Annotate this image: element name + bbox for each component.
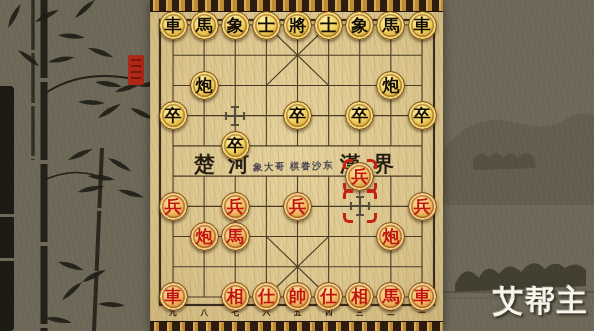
black-soldier[interactable]: 卒 — [408, 101, 437, 130]
red-horse[interactable]: 馬 — [221, 222, 250, 251]
red-soldier[interactable]: 兵 — [408, 192, 437, 221]
red-soldier[interactable]: 兵 — [345, 162, 374, 191]
black-soldier[interactable]: 卒 — [159, 101, 188, 130]
red-chariot[interactable]: 車 — [159, 282, 188, 311]
red-soldier[interactable]: 兵 — [283, 192, 312, 221]
channel-watermark: 艾帮主 — [493, 281, 589, 322]
black-chariot[interactable]: 車 — [408, 11, 437, 40]
black-chariot[interactable]: 車 — [159, 11, 188, 40]
black-general[interactable]: 將 — [283, 11, 312, 40]
screenshot-root: { "game": "Xiangqi (Chinese Chess)", "po… — [0, 0, 594, 331]
black-advisor[interactable]: 士 — [314, 11, 343, 40]
red-soldier[interactable]: 兵 — [159, 192, 188, 221]
black-horse[interactable]: 馬 — [376, 11, 405, 40]
red-soldier[interactable]: 兵 — [221, 192, 250, 221]
black-elephant[interactable]: 象 — [345, 11, 374, 40]
river-char: 楚 — [194, 150, 215, 178]
black-soldier[interactable]: 卒 — [283, 101, 312, 130]
xiangqi-board: 123456789 九八七六五四三二一 楚河 漢界 象大哥 棋眷沙东 車馬象士將… — [150, 0, 443, 331]
river-char: 界 — [373, 150, 394, 178]
black-advisor[interactable]: 士 — [252, 11, 281, 40]
bamboo-ink-painting — [0, 0, 150, 331]
black-elephant[interactable]: 象 — [221, 11, 250, 40]
black-cannon[interactable]: 炮 — [190, 71, 219, 100]
black-soldier[interactable]: 卒 — [221, 131, 250, 160]
black-horse[interactable]: 馬 — [190, 11, 219, 40]
red-cannon[interactable]: 炮 — [190, 222, 219, 251]
red-chariot[interactable]: 車 — [408, 282, 437, 311]
